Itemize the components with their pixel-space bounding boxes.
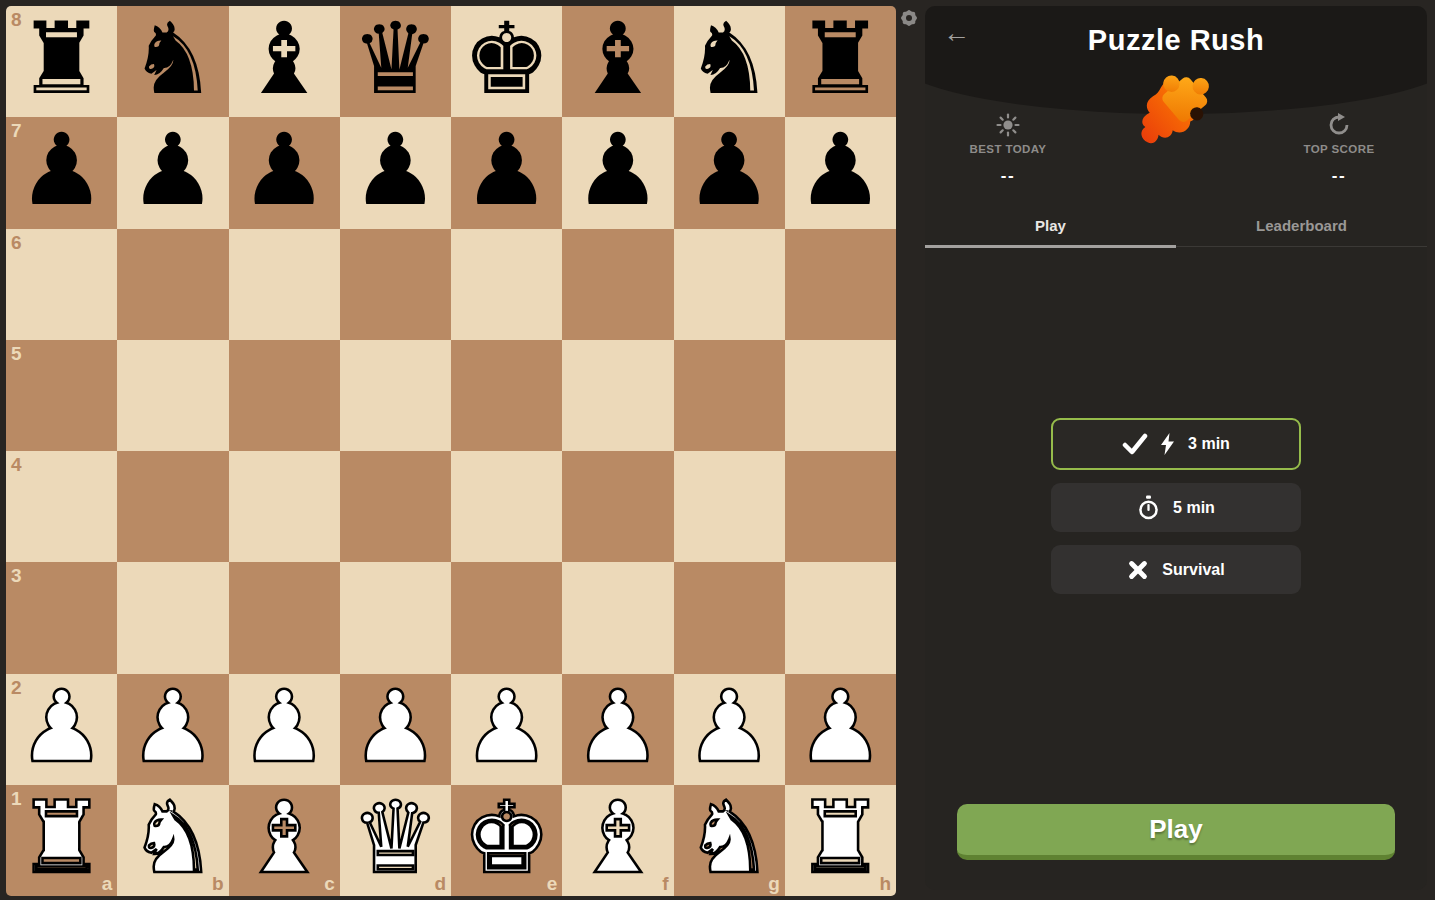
square-f6[interactable]	[562, 229, 673, 340]
square-d4[interactable]	[340, 451, 451, 562]
square-c7[interactable]: ♟	[229, 117, 340, 228]
square-c2[interactable]: ♟	[229, 674, 340, 785]
option-label: 3 min	[1188, 435, 1230, 453]
tab-leaderboard-label: Leaderboard	[1256, 217, 1347, 234]
square-f7[interactable]: ♟	[562, 117, 673, 228]
square-c1[interactable]: c♝	[229, 785, 340, 896]
square-f1[interactable]: f♝	[562, 785, 673, 896]
piece-white-pawn[interactable]: ♟	[685, 677, 774, 776]
tab-play-label: Play	[1035, 217, 1066, 234]
rank-label-3: 3	[11, 566, 22, 585]
piece-black-bishop[interactable]: ♝	[240, 9, 329, 108]
piece-black-knight[interactable]: ♞	[128, 9, 217, 108]
square-e3[interactable]	[451, 562, 562, 673]
chess-board[interactable]: 8♜♞♝♛♚♝♞♜7♟♟♟♟♟♟♟♟65432♟♟♟♟♟♟♟♟1a♜b♞c♝d♛…	[6, 6, 896, 896]
square-e6[interactable]	[451, 229, 562, 340]
square-h6[interactable]	[785, 229, 896, 340]
sun-icon	[996, 112, 1020, 138]
rank-label-6: 6	[11, 233, 22, 252]
square-d1[interactable]: d♛	[340, 785, 451, 896]
puzzle-rush-page: 8♜♞♝♛♚♝♞♜7♟♟♟♟♟♟♟♟65432♟♟♟♟♟♟♟♟1a♜b♞c♝d♛…	[0, 0, 1435, 900]
square-b1[interactable]: b♞	[117, 785, 228, 896]
square-g3[interactable]	[674, 562, 785, 673]
piece-black-pawn[interactable]: ♟	[240, 120, 329, 219]
square-h4[interactable]	[785, 451, 896, 562]
square-a1[interactable]: 1a♜	[6, 785, 117, 896]
square-c6[interactable]	[229, 229, 340, 340]
square-b6[interactable]	[117, 229, 228, 340]
stat-value: --	[1001, 166, 1015, 186]
square-c4[interactable]	[229, 451, 340, 562]
piece-white-pawn[interactable]: ♟	[573, 677, 662, 776]
square-c8[interactable]: ♝	[229, 6, 340, 117]
repeat-icon	[1327, 112, 1351, 138]
square-b7[interactable]: ♟	[117, 117, 228, 228]
tab-play[interactable]: Play	[925, 204, 1176, 246]
lightning-bolt-icon	[1161, 433, 1175, 455]
square-e1[interactable]: e♚	[451, 785, 562, 896]
piece-black-rook[interactable]: ♜	[796, 9, 885, 108]
square-g6[interactable]	[674, 229, 785, 340]
panel-header: ← Puzzle Rush	[925, 6, 1427, 204]
piece-black-queen[interactable]: ♛	[351, 9, 440, 108]
square-e7[interactable]: ♟	[451, 117, 562, 228]
square-h2[interactable]: ♟	[785, 674, 896, 785]
rank-label-4: 4	[11, 455, 22, 474]
square-h7[interactable]: ♟	[785, 117, 896, 228]
square-a8[interactable]: 8♜	[6, 6, 117, 117]
stat-value: --	[1332, 166, 1346, 186]
tab-bar: Play Leaderboard	[925, 204, 1427, 247]
square-a7[interactable]: 7♟	[6, 117, 117, 228]
play-button[interactable]: Play	[957, 804, 1395, 860]
piece-white-bishop[interactable]: ♝	[573, 788, 662, 887]
piece-white-knight[interactable]: ♞	[128, 788, 217, 887]
option-survival[interactable]: Survival	[1051, 545, 1301, 594]
square-a4[interactable]: 4	[6, 451, 117, 562]
page-title: Puzzle Rush	[925, 24, 1427, 57]
square-h5[interactable]	[785, 340, 896, 451]
square-e5[interactable]	[451, 340, 562, 451]
checkmark-icon	[1122, 433, 1148, 455]
square-f4[interactable]	[562, 451, 673, 562]
piece-black-rook[interactable]: ♜	[17, 9, 106, 108]
square-d5[interactable]	[340, 340, 451, 451]
square-h8[interactable]: ♜	[785, 6, 896, 117]
settings-gear-icon[interactable]	[899, 8, 919, 28]
option-label: Survival	[1162, 561, 1224, 579]
square-f3[interactable]	[562, 562, 673, 673]
square-g1[interactable]: g♞	[674, 785, 785, 896]
time-options: 3 min 5 min	[1051, 418, 1301, 594]
square-f8[interactable]: ♝	[562, 6, 673, 117]
square-g7[interactable]: ♟	[674, 117, 785, 228]
stat-label: BEST TODAY	[970, 143, 1047, 155]
square-d3[interactable]	[340, 562, 451, 673]
square-b3[interactable]	[117, 562, 228, 673]
square-d6[interactable]	[340, 229, 451, 340]
stat-best-today: BEST TODAY --	[933, 112, 1083, 186]
puzzle-rush-panel: ← Puzzle Rush	[925, 6, 1427, 890]
square-g2[interactable]: ♟	[674, 674, 785, 785]
piece-black-pawn[interactable]: ♟	[17, 120, 106, 219]
square-d8[interactable]: ♛	[340, 6, 451, 117]
stat-label: TOP SCORE	[1304, 143, 1375, 155]
square-b2[interactable]: ♟	[117, 674, 228, 785]
file-label-f: f	[662, 874, 668, 893]
square-b8[interactable]: ♞	[117, 6, 228, 117]
rank-label-5: 5	[11, 344, 22, 363]
piece-white-pawn[interactable]: ♟	[796, 677, 885, 776]
piece-white-knight[interactable]: ♞	[685, 788, 774, 887]
piece-white-pawn[interactable]: ♟	[351, 677, 440, 776]
square-g5[interactable]	[674, 340, 785, 451]
square-b5[interactable]	[117, 340, 228, 451]
option-3-min[interactable]: 3 min	[1051, 418, 1301, 470]
piece-white-pawn[interactable]: ♟	[240, 677, 329, 776]
piece-white-bishop[interactable]: ♝	[240, 788, 329, 887]
square-h1[interactable]: h♜	[785, 785, 896, 896]
square-d7[interactable]: ♟	[340, 117, 451, 228]
square-e4[interactable]	[451, 451, 562, 562]
piece-black-pawn[interactable]: ♟	[796, 120, 885, 219]
piece-black-king[interactable]: ♚	[462, 9, 551, 108]
square-h3[interactable]	[785, 562, 896, 673]
stat-top-score: TOP SCORE --	[1259, 112, 1419, 186]
piece-white-pawn[interactable]: ♟	[17, 677, 106, 776]
square-f5[interactable]	[562, 340, 673, 451]
piece-black-pawn[interactable]: ♟	[685, 120, 774, 219]
square-b4[interactable]	[117, 451, 228, 562]
piece-white-rook[interactable]: ♜	[17, 788, 106, 887]
square-a3[interactable]: 3	[6, 562, 117, 673]
square-c3[interactable]	[229, 562, 340, 673]
piece-white-rook[interactable]: ♜	[796, 788, 885, 887]
square-g4[interactable]	[674, 451, 785, 562]
square-d2[interactable]: ♟	[340, 674, 451, 785]
piece-black-knight[interactable]: ♞	[685, 9, 774, 108]
square-g8[interactable]: ♞	[674, 6, 785, 117]
piece-black-pawn[interactable]: ♟	[462, 120, 551, 219]
piece-black-pawn[interactable]: ♟	[351, 120, 440, 219]
piece-white-king[interactable]: ♚	[462, 788, 551, 887]
stopwatch-icon	[1137, 495, 1160, 520]
square-f2[interactable]: ♟	[562, 674, 673, 785]
crossbones-icon	[1127, 559, 1149, 581]
square-a6[interactable]: 6	[6, 229, 117, 340]
option-label: 5 min	[1173, 499, 1215, 517]
square-e2[interactable]: ♟	[451, 674, 562, 785]
option-5-min[interactable]: 5 min	[1051, 483, 1301, 532]
puzzle-rush-flame-icon	[1132, 58, 1220, 150]
square-c5[interactable]	[229, 340, 340, 451]
piece-black-pawn[interactable]: ♟	[128, 120, 217, 219]
square-a2[interactable]: 2♟	[6, 674, 117, 785]
piece-black-bishop[interactable]: ♝	[573, 9, 662, 108]
piece-white-pawn[interactable]: ♟	[462, 677, 551, 776]
square-e8[interactable]: ♚	[451, 6, 562, 117]
piece-black-pawn[interactable]: ♟	[573, 120, 662, 219]
piece-white-queen[interactable]: ♛	[351, 788, 440, 887]
square-a5[interactable]: 5	[6, 340, 117, 451]
piece-white-pawn[interactable]: ♟	[128, 677, 217, 776]
tab-leaderboard[interactable]: Leaderboard	[1176, 204, 1427, 246]
